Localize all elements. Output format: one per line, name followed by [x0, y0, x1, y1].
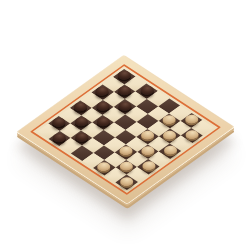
- checkers-board: [16, 54, 235, 204]
- playing-grid: [37, 69, 214, 190]
- wooden-frame: [16, 54, 235, 204]
- product-photo: [0, 0, 250, 250]
